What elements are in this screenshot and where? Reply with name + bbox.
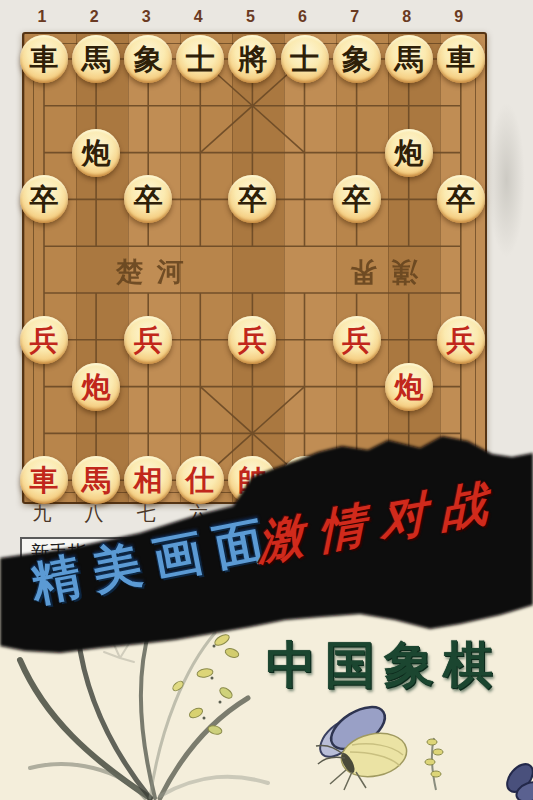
newbie-guide-button[interactable]: 新手指 [20,537,170,568]
file-label-top-3: 3 [131,8,161,26]
piece-red-兵-f5r7[interactable]: 兵 [228,316,276,364]
file-label-top-8: 8 [392,8,422,26]
piece-black-卒-f9r4[interactable]: 卒 [437,175,485,223]
file-label-bottom-8: 二 [392,501,422,527]
file-label-bottom-1: 九 [27,501,57,527]
file-label-top-4: 4 [183,8,213,26]
piece-red-馬-f2r10[interactable]: 馬 [72,456,120,504]
piece-red-仕-f6r10[interactable]: 仕 [281,456,329,504]
piece-red-炮-f2r8[interactable]: 炮 [72,363,120,411]
file-label-bottom-5: 五 [235,501,265,527]
file-label-top-7: 7 [340,8,370,26]
file-label-bottom-9: 一 [444,501,474,527]
piece-red-兵-f1r7[interactable]: 兵 [20,316,68,364]
piece-black-車-f1r1[interactable]: 車 [20,35,68,83]
piece-red-車-f1r10[interactable]: 車 [20,456,68,504]
piece-red-兵-f3r7[interactable]: 兵 [124,316,172,364]
piece-black-象-f7r1[interactable]: 象 [333,35,381,83]
piece-black-馬-f8r1[interactable]: 馬 [385,35,433,83]
file-label-bottom-2: 八 [79,501,109,527]
piece-black-士-f4r1[interactable]: 士 [176,35,224,83]
piece-black-炮-f8r3[interactable]: 炮 [385,129,433,177]
piece-black-士-f6r1[interactable]: 士 [281,35,329,83]
file-label-bottom-6: 四 [288,501,318,527]
river-label-chu: 楚河 [116,254,198,290]
piece-red-車-f9r10[interactable]: 車 [437,456,485,504]
file-label-bottom-3: 七 [131,501,161,527]
piece-red-兵-f9r7[interactable]: 兵 [437,316,485,364]
xiangqi-board[interactable]: 楚河 漢界 車馬象士將士象馬車炮炮卒卒卒卒卒兵兵兵兵兵炮炮車馬相仕帥仕相馬車 [22,32,487,504]
file-label-top-9: 9 [444,8,474,26]
file-label-bottom-4: 六 [183,501,213,527]
file-label-bottom-7: 三 [340,501,370,527]
piece-black-象-f3r1[interactable]: 象 [124,35,172,83]
piece-red-炮-f8r8[interactable]: 炮 [385,363,433,411]
piece-black-車-f9r1[interactable]: 車 [437,35,485,83]
piece-black-卒-f7r4[interactable]: 卒 [333,175,381,223]
piece-red-相-f7r10[interactable]: 相 [333,456,381,504]
piece-red-兵-f7r7[interactable]: 兵 [333,316,381,364]
piece-black-炮-f2r3[interactable]: 炮 [72,129,120,177]
ink-wash-texture [480,70,533,290]
file-label-top-6: 6 [288,8,318,26]
file-label-top-1: 1 [27,8,57,26]
piece-black-馬-f2r1[interactable]: 馬 [72,35,120,83]
river-label-han: 漢界 [336,254,418,290]
file-label-top-2: 2 [79,8,109,26]
app-title-calligraphy: 中国象棋 [266,632,502,699]
file-label-top-5: 5 [235,8,265,26]
piece-red-馬-f8r10[interactable]: 馬 [385,456,433,504]
